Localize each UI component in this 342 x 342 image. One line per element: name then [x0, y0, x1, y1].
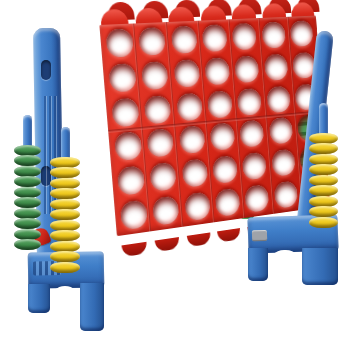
board-hole	[111, 97, 139, 127]
green-disc[interactable]	[14, 239, 41, 250]
board-hole	[210, 123, 236, 152]
yellow-disc-stack-right[interactable]	[309, 103, 338, 228]
green-disc[interactable]	[14, 166, 41, 177]
yellow-disc[interactable]	[50, 251, 80, 262]
board-hole	[120, 199, 148, 230]
green-disc[interactable]	[14, 197, 41, 208]
green-disc-stack-left[interactable]	[14, 115, 41, 250]
yellow-disc[interactable]	[50, 241, 80, 252]
board-cell[interactable]	[211, 184, 244, 221]
board-cell[interactable]	[287, 17, 317, 50]
board-hole	[179, 125, 206, 154]
board-cell[interactable]	[239, 148, 271, 184]
board-scallop	[218, 228, 242, 243]
board-hole	[215, 187, 241, 216]
board-hole	[173, 59, 200, 88]
board-hole	[144, 95, 172, 124]
board-cell[interactable]	[137, 58, 172, 94]
board-hole	[204, 57, 230, 85]
right-leg-front-foot	[302, 248, 338, 285]
board-cell[interactable]	[234, 84, 266, 119]
stack-post-tip	[61, 127, 70, 160]
board-hole	[264, 54, 289, 81]
board-hole	[202, 25, 228, 53]
board-cell[interactable]	[170, 56, 204, 91]
board-cell[interactable]	[143, 125, 178, 162]
stack-post-tip	[319, 103, 328, 136]
board-cell[interactable]	[258, 19, 289, 52]
board-cell[interactable]	[113, 162, 149, 200]
board-cell[interactable]	[116, 196, 152, 234]
board-scallop	[154, 237, 179, 252]
yellow-disc[interactable]	[50, 209, 80, 220]
board-hole	[212, 155, 238, 184]
board-hole	[170, 26, 197, 54]
board-hole	[240, 120, 265, 148]
board-cell[interactable]	[263, 82, 294, 116]
board-cell[interactable]	[146, 158, 181, 195]
green-disc[interactable]	[14, 208, 41, 219]
board-hole	[149, 162, 176, 192]
board-hole	[207, 90, 233, 118]
board-hole	[266, 85, 290, 113]
board-hole	[108, 63, 136, 93]
yellow-disc[interactable]	[50, 220, 80, 231]
yellow-disc[interactable]	[309, 133, 338, 144]
board-cell[interactable]	[140, 91, 175, 127]
board-cell[interactable]	[268, 145, 299, 180]
yellow-disc[interactable]	[309, 164, 338, 175]
board-cell[interactable]	[135, 24, 170, 60]
board-cell[interactable]	[167, 23, 201, 58]
board-cell[interactable]	[107, 94, 143, 131]
board-hole	[242, 152, 267, 181]
board-hole	[117, 165, 145, 196]
board-hole	[184, 191, 211, 221]
left-leg-front-foot	[80, 283, 104, 331]
green-disc[interactable]	[14, 218, 41, 229]
green-disc[interactable]	[14, 145, 41, 156]
board-cell[interactable]	[261, 50, 292, 84]
board-cell[interactable]	[209, 152, 242, 188]
yellow-disc[interactable]	[309, 185, 338, 196]
board-cell[interactable]	[178, 155, 212, 192]
yellow-disc[interactable]	[309, 143, 338, 154]
yellow-disc[interactable]	[309, 175, 338, 186]
board-panel	[99, 16, 330, 237]
board-cell[interactable]	[203, 87, 236, 122]
board-hole	[176, 92, 203, 121]
yellow-disc[interactable]	[309, 154, 338, 165]
board-hole	[234, 55, 259, 83]
board-cell[interactable]	[236, 116, 268, 151]
yellow-disc[interactable]	[50, 178, 80, 189]
giant-connect-four-photo	[0, 0, 342, 342]
board-cell[interactable]	[110, 128, 146, 166]
right-leg-arch-cutout	[268, 250, 302, 285]
board-hole	[152, 195, 179, 225]
board-cell[interactable]	[101, 25, 137, 61]
board-cell[interactable]	[149, 192, 184, 230]
yellow-disc[interactable]	[309, 206, 338, 217]
yellow-disc[interactable]	[309, 196, 338, 207]
board-hole	[269, 117, 293, 145]
right-leg-back-foot	[248, 248, 268, 281]
yellow-disc[interactable]	[50, 262, 80, 273]
board-hole	[181, 158, 208, 188]
board-hole	[105, 29, 134, 58]
board-hole	[141, 61, 169, 90]
blank-label-patch	[252, 230, 267, 242]
yellow-disc[interactable]	[309, 217, 338, 228]
board-cell[interactable]	[175, 122, 209, 158]
board-grid	[99, 16, 330, 237]
board-cell[interactable]	[231, 52, 263, 86]
board-cell[interactable]	[198, 21, 231, 56]
green-disc[interactable]	[14, 229, 41, 240]
board-hole	[274, 180, 298, 209]
board-scallop	[186, 232, 210, 247]
yellow-disc-stack-left[interactable]	[50, 127, 80, 273]
board-hole	[237, 88, 262, 116]
board-scallop	[121, 242, 147, 257]
green-disc[interactable]	[14, 155, 41, 166]
board-hole	[138, 27, 166, 56]
board-cell[interactable]	[270, 177, 301, 212]
board-cell[interactable]	[265, 114, 296, 149]
stack-post-tip	[23, 115, 32, 148]
board-hole	[261, 22, 286, 49]
yellow-disc[interactable]	[50, 230, 80, 241]
yellow-disc[interactable]	[50, 199, 80, 210]
board-hole	[245, 184, 270, 213]
board-cell[interactable]	[229, 20, 261, 54]
board-cell[interactable]	[206, 119, 239, 155]
left-leg-slot-icon	[41, 60, 51, 80]
board-hole	[232, 23, 257, 50]
connect-four-board	[98, 2, 331, 247]
left-leg-back-foot	[28, 284, 50, 313]
green-disc[interactable]	[14, 187, 41, 198]
board-cell[interactable]	[201, 54, 234, 89]
green-disc[interactable]	[14, 176, 41, 187]
left-leg-arch-cutout	[50, 286, 80, 316]
board-hole	[147, 128, 174, 158]
board-cell[interactable]	[172, 89, 206, 125]
yellow-disc[interactable]	[50, 157, 80, 168]
board-cell[interactable]	[180, 188, 213, 225]
board-hole	[290, 21, 314, 48]
board-cell[interactable]	[104, 60, 140, 97]
left-leg-groove	[44, 96, 46, 214]
board-hole	[114, 131, 142, 161]
yellow-disc[interactable]	[50, 167, 80, 178]
board-cell[interactable]	[241, 180, 273, 216]
yellow-disc[interactable]	[50, 188, 80, 199]
board-hole	[271, 149, 295, 177]
